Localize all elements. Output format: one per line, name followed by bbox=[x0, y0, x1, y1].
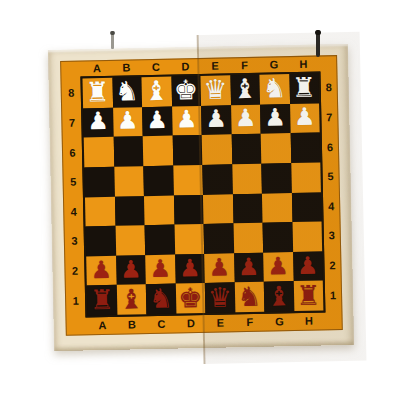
rank-label: 6 bbox=[69, 147, 75, 158]
white-bishop[interactable]: ♝ bbox=[233, 75, 258, 103]
rank-label: 2 bbox=[72, 266, 78, 277]
square-e6[interactable] bbox=[202, 135, 232, 165]
red-rook[interactable]: ♜ bbox=[89, 286, 114, 314]
square-a1[interactable]: ♜ bbox=[87, 285, 117, 315]
red-king[interactable]: ♚ bbox=[178, 284, 203, 312]
square-f4[interactable] bbox=[232, 193, 262, 223]
square-d7[interactable]: ♟ bbox=[172, 106, 202, 136]
square-g5[interactable] bbox=[261, 163, 291, 193]
square-g1[interactable]: ♝ bbox=[264, 281, 294, 311]
square-h3[interactable] bbox=[292, 222, 322, 252]
rank-label: 8 bbox=[68, 88, 74, 99]
red-pawn[interactable]: ♟ bbox=[179, 256, 201, 280]
square-f2[interactable]: ♟ bbox=[234, 252, 264, 282]
square-d6[interactable] bbox=[172, 135, 202, 165]
file-label: F bbox=[241, 60, 248, 71]
red-pawn[interactable]: ♟ bbox=[149, 256, 171, 280]
square-f3[interactable] bbox=[233, 223, 263, 253]
square-a3[interactable] bbox=[86, 226, 116, 256]
square-h7[interactable]: ♟ bbox=[290, 103, 320, 133]
red-bishop[interactable]: ♝ bbox=[119, 285, 144, 313]
red-bishop[interactable]: ♝ bbox=[266, 282, 291, 310]
rank-label: 7 bbox=[69, 118, 75, 129]
square-d2[interactable]: ♟ bbox=[175, 254, 205, 284]
square-g2[interactable]: ♟ bbox=[263, 252, 293, 282]
file-label: F bbox=[246, 317, 253, 328]
white-knight[interactable]: ♞ bbox=[262, 74, 287, 102]
square-f8[interactable]: ♝ bbox=[230, 75, 260, 105]
board-grid: ♜♞♝♚♛♝♞♜♟♟♟♟♟♟♟♟♟♟♟♟♟♟♟♟♜♝♞♚♛♞♝♜ bbox=[80, 71, 325, 317]
white-pawn[interactable]: ♟ bbox=[117, 109, 139, 133]
rank-label: 4 bbox=[71, 206, 77, 217]
white-knight[interactable]: ♞ bbox=[115, 78, 140, 106]
white-pawn[interactable]: ♟ bbox=[294, 105, 316, 129]
white-pawn[interactable]: ♟ bbox=[264, 106, 286, 130]
square-a2[interactable]: ♟ bbox=[86, 256, 116, 286]
square-d1[interactable]: ♚ bbox=[175, 283, 205, 313]
red-pawn[interactable]: ♟ bbox=[208, 255, 230, 279]
chessboard-frame: ABCDEFGH 87654321 ♜♞♝♚♛♝♞♜♟♟♟♟♟♟♟♟♟♟♟♟♟♟… bbox=[48, 44, 354, 351]
square-h4[interactable] bbox=[291, 192, 321, 222]
board-panel: ABCDEFGH 87654321 ♜♞♝♚♛♝♞♜♟♟♟♟♟♟♟♟♟♟♟♟♟♟… bbox=[60, 55, 343, 336]
square-e3[interactable] bbox=[204, 223, 234, 253]
square-g8[interactable]: ♞ bbox=[259, 74, 289, 104]
square-e7[interactable]: ♟ bbox=[201, 105, 231, 135]
white-pawn[interactable]: ♟ bbox=[146, 108, 168, 132]
file-label: E bbox=[211, 61, 219, 72]
file-label: E bbox=[217, 318, 225, 329]
rank-label: 3 bbox=[329, 231, 335, 242]
square-h2[interactable]: ♟ bbox=[293, 251, 323, 281]
file-label: G bbox=[275, 316, 284, 327]
red-knight[interactable]: ♞ bbox=[237, 282, 262, 310]
file-label: H bbox=[305, 316, 313, 327]
white-queen[interactable]: ♛ bbox=[203, 76, 228, 104]
red-rook[interactable]: ♜ bbox=[296, 281, 321, 309]
square-a8[interactable]: ♜ bbox=[82, 78, 112, 108]
square-e4[interactable] bbox=[203, 194, 233, 224]
file-label: A bbox=[93, 63, 101, 74]
hanging-pin-right-icon bbox=[316, 30, 320, 57]
square-g4[interactable] bbox=[262, 193, 292, 223]
square-a7[interactable]: ♟ bbox=[83, 107, 113, 137]
square-g3[interactable] bbox=[263, 222, 293, 252]
square-b4[interactable] bbox=[114, 196, 144, 226]
square-h6[interactable] bbox=[290, 133, 320, 163]
white-bishop[interactable]: ♝ bbox=[144, 77, 169, 105]
file-label: D bbox=[187, 318, 195, 329]
file-label: D bbox=[181, 61, 189, 72]
square-f7[interactable]: ♟ bbox=[231, 104, 261, 134]
white-pawn[interactable]: ♟ bbox=[176, 107, 198, 131]
red-pawn[interactable]: ♟ bbox=[297, 253, 319, 277]
white-pawn[interactable]: ♟ bbox=[205, 107, 227, 131]
white-king[interactable]: ♚ bbox=[174, 76, 199, 104]
red-queen[interactable]: ♛ bbox=[207, 283, 232, 311]
rank-label: 1 bbox=[72, 295, 78, 306]
file-labels-bottom: ABCDEFGH bbox=[85, 312, 325, 334]
square-d4[interactable] bbox=[173, 194, 203, 224]
square-b2[interactable]: ♟ bbox=[116, 255, 146, 285]
rank-label: 1 bbox=[330, 290, 336, 301]
red-pawn[interactable]: ♟ bbox=[267, 254, 289, 278]
white-pawn[interactable]: ♟ bbox=[87, 109, 109, 133]
file-label: G bbox=[270, 59, 279, 70]
rank-label: 4 bbox=[328, 201, 334, 212]
white-rook[interactable]: ♜ bbox=[292, 74, 317, 102]
square-h5[interactable] bbox=[291, 162, 321, 192]
square-g7[interactable]: ♟ bbox=[260, 104, 290, 134]
rank-label: 5 bbox=[70, 177, 76, 188]
white-rook[interactable]: ♜ bbox=[85, 78, 110, 106]
square-e2[interactable]: ♟ bbox=[204, 253, 234, 283]
red-pawn[interactable]: ♟ bbox=[238, 254, 260, 278]
file-label: B bbox=[128, 319, 136, 330]
square-h8[interactable]: ♜ bbox=[289, 74, 319, 104]
square-a5[interactable] bbox=[84, 167, 114, 197]
square-b3[interactable] bbox=[115, 225, 145, 255]
square-c3[interactable] bbox=[145, 225, 175, 255]
square-d5[interactable] bbox=[173, 165, 203, 195]
red-pawn[interactable]: ♟ bbox=[120, 257, 142, 281]
rank-label: 8 bbox=[326, 83, 332, 94]
file-label: C bbox=[157, 319, 165, 330]
file-label: H bbox=[299, 59, 307, 70]
file-label: B bbox=[122, 62, 130, 73]
square-c7[interactable]: ♟ bbox=[142, 106, 172, 136]
rank-label: 3 bbox=[71, 236, 77, 247]
square-b7[interactable]: ♟ bbox=[113, 107, 143, 137]
file-label: A bbox=[98, 320, 106, 331]
square-c6[interactable] bbox=[143, 136, 173, 166]
hanging-pin-left-icon bbox=[111, 31, 114, 49]
square-b6[interactable] bbox=[113, 136, 143, 166]
square-b1[interactable]: ♝ bbox=[116, 285, 146, 315]
square-b5[interactable] bbox=[114, 166, 144, 196]
square-f1[interactable]: ♞ bbox=[234, 282, 264, 312]
square-f5[interactable] bbox=[232, 164, 262, 194]
white-pawn[interactable]: ♟ bbox=[235, 106, 257, 130]
square-g6[interactable] bbox=[261, 133, 291, 163]
product-photo: ABCDEFGH 87654321 ♜♞♝♚♛♝♞♜♟♟♟♟♟♟♟♟♟♟♟♟♟♟… bbox=[0, 0, 400, 400]
square-d8[interactable]: ♚ bbox=[171, 76, 201, 106]
rank-label: 6 bbox=[327, 142, 333, 153]
rank-label: 2 bbox=[329, 260, 335, 271]
file-label: C bbox=[152, 62, 160, 73]
square-e8[interactable]: ♛ bbox=[200, 75, 230, 105]
red-knight[interactable]: ♞ bbox=[148, 284, 173, 312]
square-e5[interactable] bbox=[202, 164, 232, 194]
rank-label: 7 bbox=[326, 112, 332, 123]
square-c2[interactable]: ♟ bbox=[145, 254, 175, 284]
square-e1[interactable]: ♛ bbox=[205, 283, 235, 313]
square-f6[interactable] bbox=[231, 134, 261, 164]
square-c8[interactable]: ♝ bbox=[141, 77, 171, 107]
square-b8[interactable]: ♞ bbox=[112, 77, 142, 107]
square-d3[interactable] bbox=[174, 224, 204, 254]
red-pawn[interactable]: ♟ bbox=[90, 257, 112, 281]
rank-label: 5 bbox=[327, 171, 333, 182]
square-a6[interactable] bbox=[84, 137, 114, 167]
square-h1[interactable]: ♜ bbox=[293, 281, 323, 311]
square-c1[interactable]: ♞ bbox=[146, 284, 176, 314]
square-a4[interactable] bbox=[85, 196, 115, 226]
square-c5[interactable] bbox=[143, 165, 173, 195]
square-c4[interactable] bbox=[144, 195, 174, 225]
